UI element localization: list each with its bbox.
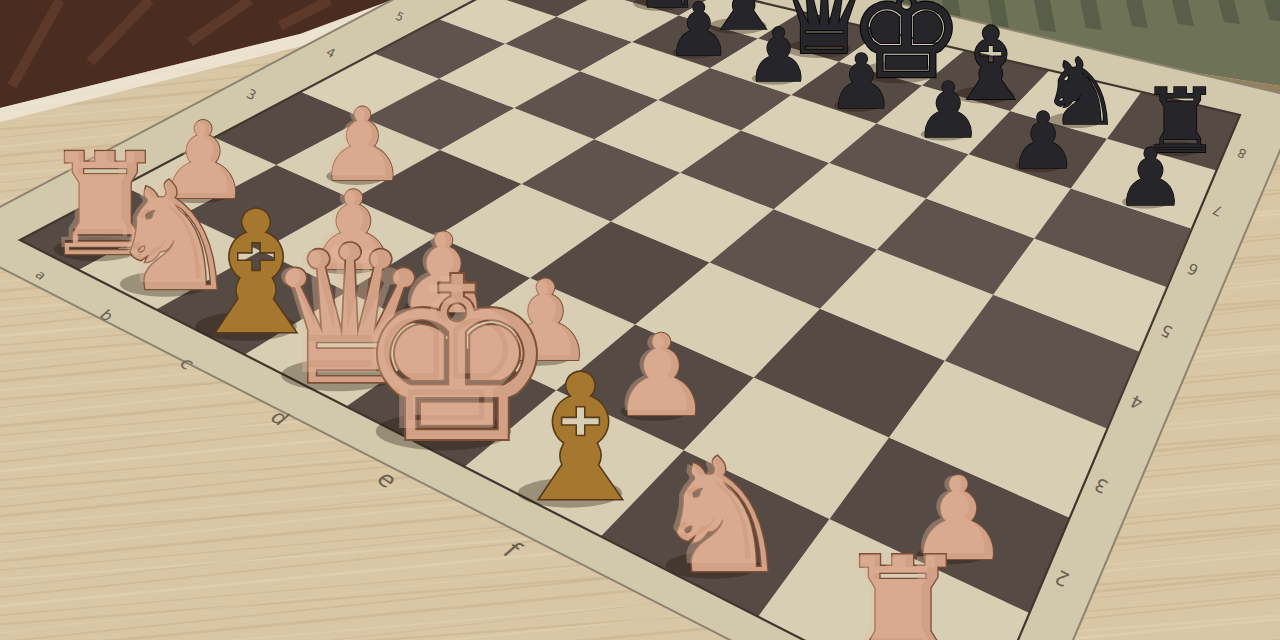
chessboard-photo: abcdef3452345678♜♞♝♛♟♚♟♝♟♞♟♜♟♟♟♟♟♟♜♜♟♟♞♞… bbox=[0, 0, 1280, 640]
piece-black-pawn-f7[interactable]: ♟ bbox=[914, 66, 983, 155]
piece-glyph-rook: ♜ bbox=[550, 0, 621, 4]
piece-black-rook-a8[interactable]: ♜ bbox=[550, 0, 621, 4]
piece-white-knight-g1[interactable]: ♞♞ bbox=[649, 425, 792, 608]
piece-black-pawn-d7[interactable]: ♟ bbox=[745, 12, 812, 99]
piece-white-bishop-f1[interactable]: ♝ bbox=[502, 337, 658, 540]
piece-white-rook-h1[interactable]: ♜♜ bbox=[833, 524, 971, 640]
piece-glyph-pawn: ♟ bbox=[1008, 96, 1078, 186]
piece-highlight: ♞ bbox=[649, 428, 779, 597]
piece-black-pawn-g7[interactable]: ♟ bbox=[1008, 96, 1078, 186]
piece-black-pawn-h7[interactable]: ♟ bbox=[1115, 131, 1186, 224]
piece-glyph-bishop: ♝ bbox=[502, 337, 658, 540]
piece-glyph-pawn: ♟ bbox=[1115, 131, 1186, 224]
piece-glyph-pawn: ♟ bbox=[745, 12, 812, 99]
piece-glyph-pawn: ♟ bbox=[827, 38, 895, 126]
piece-glyph-pawn: ♟ bbox=[666, 0, 732, 72]
piece-black-pawn-e7[interactable]: ♟ bbox=[827, 38, 895, 126]
piece-black-pawn-c7[interactable]: ♟ bbox=[666, 0, 732, 72]
piece-glyph-pawn: ♟ bbox=[914, 66, 983, 155]
chess-photo-scene: { "game": "chess", "scene": "Overhead ph… bbox=[0, 0, 1280, 640]
piece-highlight: ♜ bbox=[833, 528, 958, 640]
